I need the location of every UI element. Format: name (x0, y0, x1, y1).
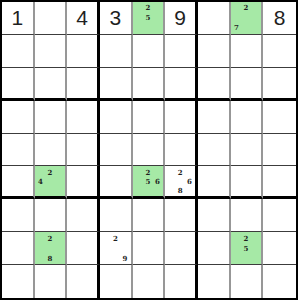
cell-r6c1[interactable] (2, 166, 35, 199)
cell-r3c8[interactable] (231, 68, 264, 101)
candidate-digit (111, 243, 121, 253)
cell-r2c8[interactable] (231, 35, 264, 68)
candidate-digit (36, 233, 46, 243)
cell-r7c8[interactable] (231, 199, 264, 232)
candidate-grid: 25 (134, 3, 163, 33)
candidate-digit (55, 186, 65, 195)
cell-r9c8[interactable] (231, 265, 264, 298)
candidate-digit (134, 186, 144, 195)
candidate-digit (166, 167, 175, 176)
given-digit: 9 (174, 7, 186, 28)
cell-r1c1[interactable]: 1 (2, 2, 35, 35)
cell-r7c9[interactable] (263, 199, 296, 232)
candidate-digit (251, 233, 261, 243)
candidate-digit (55, 243, 65, 253)
candidate-grid: 28 (36, 233, 65, 263)
candidate-digit (134, 167, 144, 176)
cell-r7c4[interactable] (100, 199, 133, 232)
cell-r2c6[interactable] (165, 35, 198, 68)
cell-r1c4[interactable]: 3 (100, 2, 133, 35)
candidate-digit (143, 186, 153, 195)
candidate-grid: 256 (134, 167, 163, 195)
sudoku-board: 14325927824256268282925 (0, 0, 298, 300)
candidate-digit: 7 (232, 23, 242, 33)
candidate-digit (101, 243, 111, 253)
cell-r1c5[interactable]: 25 (133, 2, 166, 35)
cell-r4c2[interactable] (35, 101, 68, 134)
candidate-digit (232, 3, 242, 13)
cell-r4c6[interactable] (165, 101, 198, 134)
cell-r7c5[interactable] (133, 199, 166, 232)
candidate-digit (36, 167, 46, 176)
cell-r5c6[interactable] (165, 134, 198, 167)
cell-r2c2[interactable] (35, 35, 68, 68)
cell-r8c3[interactable] (67, 232, 100, 265)
cell-r2c9[interactable] (263, 35, 296, 68)
candidate-digit (251, 13, 261, 23)
cell-r8c5[interactable] (133, 232, 166, 265)
candidate-digit (241, 253, 251, 263)
candidate-digit: 2 (45, 233, 55, 243)
cell-r3c7[interactable] (198, 68, 231, 101)
cell-r5c9[interactable] (263, 134, 296, 167)
candidate-digit (185, 186, 194, 195)
candidate-digit: 2 (176, 167, 185, 176)
cell-r6c9[interactable] (263, 166, 296, 199)
candidate-digit: 2 (111, 233, 121, 243)
cell-r3c1[interactable] (2, 68, 35, 101)
candidate-digit (232, 243, 242, 253)
cell-r9c1[interactable] (2, 265, 35, 298)
cell-r4c5[interactable] (133, 101, 166, 134)
candidate-digit (111, 253, 121, 263)
candidate-digit: 5 (241, 243, 251, 253)
candidate-digit (36, 253, 46, 263)
cell-r2c3[interactable] (67, 35, 100, 68)
candidate-digit (251, 243, 261, 253)
cell-r8c9[interactable] (263, 232, 296, 265)
cell-r1c3[interactable]: 4 (67, 2, 100, 35)
cell-r9c7[interactable] (198, 265, 231, 298)
cell-r9c6[interactable] (165, 265, 198, 298)
cell-r3c2[interactable] (35, 68, 68, 101)
given-digit: 8 (274, 7, 286, 28)
candidate-digit (153, 3, 163, 13)
cell-r9c2[interactable] (35, 265, 68, 298)
cell-r3c6[interactable] (165, 68, 198, 101)
candidate-digit (134, 23, 144, 33)
candidate-digit: 8 (176, 186, 185, 195)
candidate-digit (101, 233, 111, 243)
candidate-digit (232, 233, 242, 243)
candidate-digit (241, 23, 251, 33)
cell-r2c5[interactable] (133, 35, 166, 68)
candidate-digit (55, 253, 65, 263)
cell-r2c4[interactable] (100, 35, 133, 68)
cell-r5c2[interactable] (35, 134, 68, 167)
cell-r6c8[interactable] (231, 166, 264, 199)
candidate-digit (120, 243, 130, 253)
cell-r3c5[interactable] (133, 68, 166, 101)
cell-r1c6[interactable]: 9 (165, 2, 198, 35)
given-digit: 1 (11, 7, 23, 28)
cell-r8c1[interactable] (2, 232, 35, 265)
candidate-digit (45, 186, 55, 195)
candidate-digit: 2 (241, 233, 251, 243)
candidate-digit (55, 233, 65, 243)
cell-r5c3[interactable] (67, 134, 100, 167)
cell-r6c6[interactable]: 268 (165, 166, 198, 199)
sudoku-app: 14325927824256268282925 (0, 0, 298, 300)
candidate-digit (185, 167, 194, 176)
candidate-digit: 6 (185, 177, 194, 186)
candidate-digit (134, 177, 144, 186)
candidate-digit (232, 13, 242, 23)
cell-r7c2[interactable] (35, 199, 68, 232)
cell-r8c4[interactable]: 29 (100, 232, 133, 265)
cell-r7c3[interactable] (67, 199, 100, 232)
candidate-grid: 29 (101, 233, 130, 263)
candidate-grid: 268 (166, 167, 194, 195)
cell-r7c7[interactable] (198, 199, 231, 232)
candidate-digit (101, 253, 111, 263)
candidate-digit: 6 (153, 177, 163, 186)
cell-r7c6[interactable] (165, 199, 198, 232)
candidate-grid: 27 (232, 3, 261, 33)
candidate-digit (241, 13, 251, 23)
cell-r9c3[interactable] (67, 265, 100, 298)
cell-r1c7[interactable] (198, 2, 231, 35)
cell-r4c1[interactable] (2, 101, 35, 134)
candidate-digit (120, 233, 130, 243)
cell-r5c8[interactable] (231, 134, 264, 167)
cell-r6c7[interactable] (198, 166, 231, 199)
candidate-digit: 5 (143, 177, 153, 186)
candidate-digit (134, 13, 144, 23)
candidate-digit (36, 243, 46, 253)
candidate-digit: 2 (45, 167, 55, 176)
cell-r3c4[interactable] (100, 68, 133, 101)
cell-r6c4[interactable] (100, 166, 133, 199)
cell-r9c9[interactable] (263, 265, 296, 298)
candidate-digit (153, 23, 163, 33)
cell-r1c8[interactable]: 27 (231, 2, 264, 35)
candidate-digit (251, 253, 261, 263)
candidate-digit (251, 3, 261, 13)
candidate-digit (55, 177, 65, 186)
candidate-digit: 8 (45, 253, 55, 263)
candidate-digit (45, 243, 55, 253)
given-digit: 4 (76, 7, 88, 28)
cell-r2c1[interactable] (2, 35, 35, 68)
given-digit: 3 (109, 7, 121, 28)
candidate-digit: 9 (120, 253, 130, 263)
candidate-digit (153, 167, 163, 176)
cell-r4c3[interactable] (67, 101, 100, 134)
cell-r5c7[interactable] (198, 134, 231, 167)
candidate-digit: 4 (36, 177, 46, 186)
candidate-digit (232, 253, 242, 263)
candidate-digit: 5 (143, 13, 153, 23)
cell-r2c7[interactable] (198, 35, 231, 68)
candidate-digit (36, 186, 46, 195)
candidate-digit: 2 (241, 3, 251, 13)
cell-r8c2[interactable]: 28 (35, 232, 68, 265)
candidate-digit (45, 177, 55, 186)
cell-r9c5[interactable] (133, 265, 166, 298)
cell-r4c9[interactable] (263, 101, 296, 134)
cell-r1c9[interactable]: 8 (263, 2, 296, 35)
cell-r8c8[interactable]: 25 (231, 232, 264, 265)
cell-r9c4[interactable] (100, 265, 133, 298)
candidate-digit (176, 177, 185, 186)
cell-r6c3[interactable] (67, 166, 100, 199)
candidate-digit (153, 13, 163, 23)
candidate-digit: 2 (143, 3, 153, 13)
cell-r3c3[interactable] (67, 68, 100, 101)
cell-r4c7[interactable] (198, 101, 231, 134)
candidate-grid: 25 (232, 233, 261, 263)
candidate-grid: 24 (36, 167, 65, 195)
candidate-digit (153, 186, 163, 195)
cell-r7c1[interactable] (2, 199, 35, 232)
cell-r8c6[interactable] (165, 232, 198, 265)
cell-r5c1[interactable] (2, 134, 35, 167)
cell-r6c2[interactable]: 24 (35, 166, 68, 199)
candidate-digit: 2 (143, 167, 153, 176)
cell-r6c5[interactable]: 256 (133, 166, 166, 199)
cell-r8c7[interactable] (198, 232, 231, 265)
cell-r3c9[interactable] (263, 68, 296, 101)
candidate-digit (55, 167, 65, 176)
candidate-digit (134, 3, 144, 13)
cell-r1c2[interactable] (35, 2, 68, 35)
cell-r5c4[interactable] (100, 134, 133, 167)
candidate-digit (143, 23, 153, 33)
cell-r5c5[interactable] (133, 134, 166, 167)
candidate-digit (251, 23, 261, 33)
cell-r4c4[interactable] (100, 101, 133, 134)
candidate-digit (166, 186, 175, 195)
candidate-digit (166, 177, 175, 186)
cell-r4c8[interactable] (231, 101, 264, 134)
